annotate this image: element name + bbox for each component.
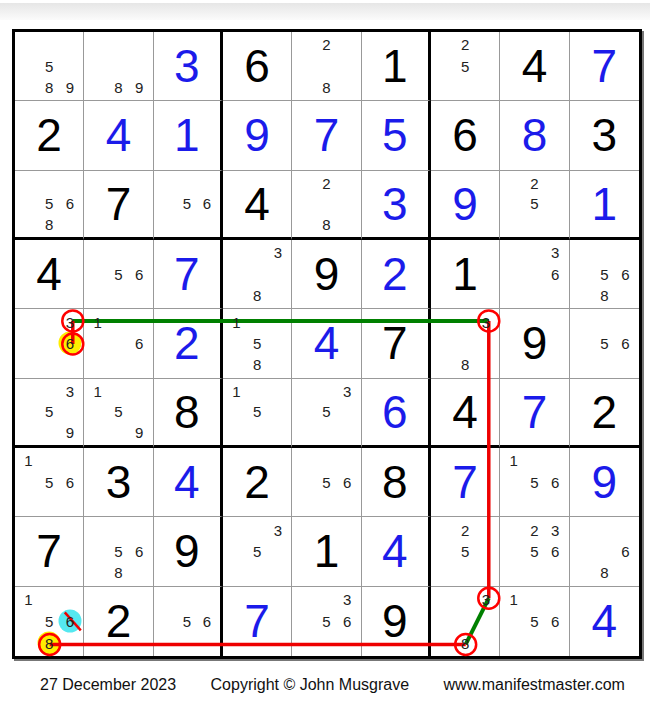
- candidate-r8c2-6[interactable]: 6: [129, 541, 150, 562]
- candidate-r5c1-6[interactable]: 6: [60, 333, 81, 354]
- candidate-r9c8-1[interactable]: 1: [503, 589, 524, 611]
- candidate-r5c4-8[interactable]: 8: [247, 354, 268, 375]
- candidate-r1c7-2[interactable]: 2: [455, 34, 476, 55]
- candidate-slot-empty: [197, 214, 217, 235]
- candidate-slot-empty: [316, 55, 337, 76]
- cell-r4c7[interactable]: 1: [431, 240, 500, 309]
- candidate-slot-empty: [503, 610, 524, 632]
- cell-r3c6[interactable]: 3: [362, 171, 431, 240]
- candidates-r1c1: 589: [18, 34, 80, 98]
- cell-r7c2[interactable]: 3: [84, 448, 153, 517]
- candidate-r9c8-5[interactable]: 5: [524, 610, 545, 632]
- candidate-r4c4-3[interactable]: 3: [268, 242, 289, 263]
- cell-r7c8[interactable]: 156: [500, 448, 569, 517]
- candidate-r5c4-1[interactable]: 1: [226, 311, 247, 332]
- cell-r4c4[interactable]: 38: [223, 240, 292, 309]
- cell-r5c7[interactable]: 38: [431, 309, 500, 378]
- candidate-slot-empty: [226, 285, 247, 306]
- cell-r6c9[interactable]: 2: [570, 379, 639, 448]
- candidate-r9c3-5[interactable]: 5: [177, 610, 197, 632]
- candidate-slot-empty: [295, 381, 316, 402]
- candidate-slot-empty: [39, 34, 60, 55]
- candidates-r8c4: 35: [226, 519, 288, 583]
- candidate-slot-empty: [434, 541, 455, 562]
- candidate-slot-empty: [295, 401, 316, 422]
- candidates-r5c4: 158: [226, 311, 288, 375]
- given-digit-r7c4: 2: [223, 448, 291, 516]
- candidate-r6c1-9[interactable]: 9: [60, 422, 81, 443]
- cell-r3c3[interactable]: 56: [154, 171, 223, 240]
- cell-r6c6[interactable]: 6: [362, 379, 431, 448]
- cell-r2c4[interactable]: 9: [223, 101, 292, 170]
- candidate-slot-empty: [87, 401, 108, 422]
- candidate-r1c5-2[interactable]: 2: [316, 34, 337, 55]
- cell-r3c9[interactable]: 1: [570, 171, 639, 240]
- cell-r8c1[interactable]: 7: [15, 517, 84, 586]
- candidate-slot-empty: [157, 610, 177, 632]
- candidate-slot-empty: [18, 422, 39, 443]
- candidate-slot-empty: [503, 632, 524, 654]
- cell-r2c9[interactable]: 3: [570, 101, 639, 170]
- candidate-r6c2-1[interactable]: 1: [87, 381, 108, 402]
- candidate-r6c5-3[interactable]: 3: [337, 381, 358, 402]
- cell-r8c4[interactable]: 35: [223, 517, 292, 586]
- candidate-slot-empty: [18, 311, 39, 332]
- candidate-slot-empty: [573, 263, 594, 284]
- candidates-r7c5: 56: [295, 450, 357, 514]
- candidate-slot-empty: [615, 242, 636, 263]
- candidate-r1c7-5[interactable]: 5: [455, 55, 476, 76]
- candidates-r6c2: 159: [87, 381, 149, 443]
- candidate-r9c1-1[interactable]: 1: [18, 589, 39, 611]
- candidate-r8c8-2[interactable]: 2: [524, 519, 545, 540]
- candidate-slot-empty: [503, 471, 524, 492]
- candidate-r7c8-1[interactable]: 1: [503, 450, 524, 471]
- candidate-slot-empty: [108, 422, 129, 443]
- candidate-r6c1-5[interactable]: 5: [39, 401, 60, 422]
- candidate-r8c4-3[interactable]: 3: [268, 519, 289, 540]
- candidate-r9c8-6[interactable]: 6: [545, 610, 566, 632]
- candidate-slot-empty: [60, 354, 81, 375]
- candidate-slot-empty: [434, 610, 455, 632]
- candidate-slot-empty: [197, 632, 217, 654]
- cell-r1c6[interactable]: 1: [362, 32, 431, 101]
- candidate-slot-empty: [18, 632, 39, 654]
- candidate-r9c7-8[interactable]: 8: [455, 632, 476, 654]
- candidate-slot-empty: [503, 173, 524, 194]
- candidates-r8c2: 568: [87, 519, 149, 583]
- candidate-slot-empty: [434, 632, 455, 654]
- cell-r1c2[interactable]: 89: [84, 32, 153, 101]
- candidate-slot-empty: [108, 354, 129, 375]
- solved-digit-r2c8: 8: [500, 101, 568, 169]
- cell-r2c7[interactable]: 6: [431, 101, 500, 170]
- candidate-r1c5-8[interactable]: 8: [316, 77, 337, 98]
- candidate-r6c2-9[interactable]: 9: [129, 422, 150, 443]
- candidate-r5c7-3[interactable]: 3: [476, 311, 497, 332]
- candidate-r7c1-5[interactable]: 5: [39, 471, 60, 492]
- candidate-slot-empty: [524, 285, 545, 306]
- given-digit-r6c7: 4: [431, 379, 499, 445]
- footer-website[interactable]: www.manifestmaster.com: [444, 676, 625, 693]
- candidate-slot-empty: [129, 34, 150, 55]
- cell-r3c4[interactable]: 4: [223, 171, 292, 240]
- candidate-slot-empty: [295, 422, 316, 443]
- candidate-slot-empty: [545, 562, 566, 583]
- given-digit-r8c5: 1: [292, 517, 360, 585]
- candidate-r8c8-3[interactable]: 3: [545, 519, 566, 540]
- candidates-r4c2: 56: [87, 242, 149, 306]
- cell-r1c8[interactable]: 4: [500, 32, 569, 101]
- candidate-r3c5-8[interactable]: 8: [316, 214, 337, 235]
- candidate-slot-empty: [524, 263, 545, 284]
- candidate-r6c2-5[interactable]: 5: [108, 401, 129, 422]
- candidate-r6c4-1[interactable]: 1: [226, 381, 247, 402]
- solved-digit-r5c3: 2: [154, 309, 220, 377]
- candidate-r5c7-8[interactable]: 8: [455, 354, 476, 375]
- candidate-slot-empty: [524, 214, 545, 235]
- cell-r1c7[interactable]: 25: [431, 32, 500, 101]
- candidate-slot-empty: [247, 242, 268, 263]
- candidate-r8c8-5[interactable]: 5: [524, 541, 545, 562]
- candidate-slot-empty: [434, 77, 455, 98]
- cell-r6c4[interactable]: 15: [223, 379, 292, 448]
- cell-r9c7[interactable]: 38: [431, 587, 500, 656]
- cell-r7c5[interactable]: 56: [292, 448, 361, 517]
- cell-r8c8[interactable]: 2356: [500, 517, 569, 586]
- candidate-slot-empty: [295, 471, 316, 492]
- candidate-r8c9-8[interactable]: 8: [594, 562, 615, 583]
- candidate-r7c5-5[interactable]: 5: [316, 471, 337, 492]
- candidate-slot-empty: [39, 381, 60, 402]
- candidates-r5c9: 56: [573, 311, 636, 375]
- candidate-slot-empty: [476, 34, 497, 55]
- candidate-slot-empty: [455, 610, 476, 632]
- candidate-slot-empty: [503, 285, 524, 306]
- given-digit-r8c3: 9: [154, 517, 220, 585]
- candidate-slot-empty: [87, 422, 108, 443]
- candidate-slot-empty: [503, 193, 524, 214]
- candidate-slot-empty: [434, 519, 455, 540]
- cell-r9c5[interactable]: 356: [292, 587, 361, 656]
- solved-digit-r9c4: 7: [223, 587, 291, 656]
- candidate-r9c1-6[interactable]: 6: [60, 610, 81, 632]
- candidate-r8c7-2[interactable]: 2: [455, 519, 476, 540]
- candidate-r5c9-6[interactable]: 6: [615, 333, 636, 354]
- candidate-slot-empty: [157, 173, 177, 194]
- candidate-slot-empty: [434, 333, 455, 354]
- candidate-r5c2-6[interactable]: 6: [129, 333, 150, 354]
- candidate-slot-empty: [247, 381, 268, 402]
- given-digit-r4c7: 1: [431, 240, 499, 308]
- candidate-slot-empty: [87, 562, 108, 583]
- candidate-slot-empty: [573, 519, 594, 540]
- candidate-slot-empty: [503, 263, 524, 284]
- cell-r6c3[interactable]: 8: [154, 379, 223, 448]
- cell-r9c8[interactable]: 156: [500, 587, 569, 656]
- candidate-slot-empty: [157, 589, 177, 611]
- candidate-slot-empty: [337, 55, 358, 76]
- cell-r2c8[interactable]: 8: [500, 101, 569, 170]
- cell-r5c9[interactable]: 56: [570, 309, 639, 378]
- candidate-r9c1-5[interactable]: 5: [39, 610, 60, 632]
- given-digit-r3c4: 4: [223, 171, 291, 237]
- cell-r2c5[interactable]: 7: [292, 101, 361, 170]
- cell-r7c9[interactable]: 9: [570, 448, 639, 517]
- cell-r3c5[interactable]: 28: [292, 171, 361, 240]
- candidate-slot-empty: [60, 589, 81, 611]
- candidate-slot-empty: [129, 519, 150, 540]
- candidate-r5c1-3[interactable]: 3: [60, 311, 81, 332]
- candidate-r4c8-6[interactable]: 6: [545, 263, 566, 284]
- cell-r2c3[interactable]: 1: [154, 101, 223, 170]
- candidate-slot-empty: [129, 401, 150, 422]
- candidate-slot-empty: [594, 519, 615, 540]
- candidate-slot-empty: [108, 242, 129, 263]
- candidate-r4c4-8[interactable]: 8: [247, 285, 268, 306]
- candidate-slot-empty: [129, 354, 150, 375]
- candidates-r8c8: 2356: [503, 519, 565, 583]
- candidate-slot-empty: [129, 562, 150, 583]
- candidate-r3c1-6[interactable]: 6: [60, 193, 81, 214]
- candidate-r4c8-3[interactable]: 3: [545, 242, 566, 263]
- candidate-r1c1-5[interactable]: 5: [39, 55, 60, 76]
- candidate-slot-empty: [247, 562, 268, 583]
- cell-r6c2[interactable]: 159: [84, 379, 153, 448]
- candidate-slot-empty: [545, 450, 566, 471]
- cell-r8c3[interactable]: 9: [154, 517, 223, 586]
- candidate-slot-empty: [226, 519, 247, 540]
- cell-r3c8[interactable]: 25: [500, 171, 569, 240]
- candidates-r3c5: 28: [295, 173, 357, 235]
- candidate-r9c5-5[interactable]: 5: [316, 610, 337, 632]
- cell-r4c1[interactable]: 4: [15, 240, 84, 309]
- cell-r1c4[interactable]: 6: [223, 32, 292, 101]
- candidate-r9c5-3[interactable]: 3: [337, 589, 358, 611]
- cell-r9c9[interactable]: 4: [570, 587, 639, 656]
- cell-r8c5[interactable]: 1: [292, 517, 361, 586]
- candidate-r7c5-6[interactable]: 6: [337, 471, 358, 492]
- given-digit-r1c6: 1: [362, 32, 428, 100]
- candidate-r9c3-6[interactable]: 6: [197, 610, 217, 632]
- given-digit-r9c2: 2: [84, 587, 152, 656]
- solved-digit-r1c3: 3: [154, 32, 220, 100]
- cell-r2c1[interactable]: 2: [15, 101, 84, 170]
- cell-r5c1[interactable]: 36: [15, 309, 84, 378]
- cell-r9c4[interactable]: 7: [223, 587, 292, 656]
- candidate-r9c1-8[interactable]: 8: [39, 632, 60, 654]
- candidate-r1c2-9[interactable]: 9: [129, 77, 150, 98]
- cell-r8c7[interactable]: 25: [431, 517, 500, 586]
- candidate-slot-empty: [434, 354, 455, 375]
- candidate-slot-empty: [615, 562, 636, 583]
- cell-r5c4[interactable]: 158: [223, 309, 292, 378]
- candidate-slot-empty: [18, 77, 39, 98]
- sudoku-grid: 5898936281254724197568356875642839251456…: [15, 32, 639, 656]
- candidate-slot-empty: [268, 562, 289, 583]
- candidate-slot-empty: [87, 541, 108, 562]
- candidate-slot-empty: [594, 311, 615, 332]
- candidates-r9c3: 56: [157, 589, 217, 654]
- cell-r7c7[interactable]: 7: [431, 448, 500, 517]
- candidate-slot-empty: [226, 263, 247, 284]
- candidate-r1c2-8[interactable]: 8: [108, 77, 129, 98]
- candidate-r4c9-8[interactable]: 8: [594, 285, 615, 306]
- candidate-slot-empty: [60, 632, 81, 654]
- candidate-r6c4-5[interactable]: 5: [247, 401, 268, 422]
- cell-r5c2[interactable]: 16: [84, 309, 153, 378]
- candidate-slot-empty: [108, 381, 129, 402]
- candidate-slot-empty: [247, 519, 268, 540]
- cell-r1c3[interactable]: 3: [154, 32, 223, 101]
- candidate-r8c9-6[interactable]: 6: [615, 541, 636, 562]
- candidate-slot-empty: [18, 34, 39, 55]
- cell-r6c5[interactable]: 35: [292, 379, 361, 448]
- candidate-r7c8-5[interactable]: 5: [524, 471, 545, 492]
- candidates-r9c1: 1568: [18, 589, 80, 654]
- cell-r1c9[interactable]: 7: [570, 32, 639, 101]
- cell-r4c3[interactable]: 7: [154, 240, 223, 309]
- candidate-r1c1-9[interactable]: 9: [60, 77, 81, 98]
- candidate-r8c2-8[interactable]: 8: [108, 562, 129, 583]
- cell-r7c3[interactable]: 4: [154, 448, 223, 517]
- candidate-slot-empty: [316, 450, 337, 471]
- candidate-slot-empty: [573, 354, 594, 375]
- cell-r3c1[interactable]: 568: [15, 171, 84, 240]
- candidate-slot-empty: [573, 541, 594, 562]
- candidate-r8c4-5[interactable]: 5: [247, 541, 268, 562]
- candidate-slot-empty: [476, 541, 497, 562]
- cell-r5c8[interactable]: 9: [500, 309, 569, 378]
- candidate-r3c8-5[interactable]: 5: [524, 193, 545, 214]
- cell-r5c6[interactable]: 7: [362, 309, 431, 378]
- candidate-r9c7-3[interactable]: 3: [476, 589, 497, 611]
- candidate-slot-empty: [295, 589, 316, 611]
- candidate-slot-empty: [108, 311, 129, 332]
- cell-r6c1[interactable]: 359: [15, 379, 84, 448]
- cell-r4c6[interactable]: 2: [362, 240, 431, 309]
- candidate-slot-empty: [87, 285, 108, 306]
- cell-r1c5[interactable]: 28: [292, 32, 361, 101]
- candidates-r7c1: 156: [18, 450, 80, 514]
- cell-r5c3[interactable]: 2: [154, 309, 223, 378]
- candidate-r5c4-5[interactable]: 5: [247, 333, 268, 354]
- candidate-slot-empty: [247, 263, 268, 284]
- candidate-slot-empty: [60, 401, 81, 422]
- candidate-slot-empty: [18, 354, 39, 375]
- given-digit-r8c1: 7: [15, 517, 83, 585]
- candidate-r3c1-5[interactable]: 5: [39, 193, 60, 214]
- cell-r8c6[interactable]: 4: [362, 517, 431, 586]
- candidate-r4c2-6[interactable]: 6: [129, 263, 150, 284]
- given-digit-r5c8: 9: [500, 309, 568, 377]
- cell-r5c5[interactable]: 4: [292, 309, 361, 378]
- candidate-r4c2-5[interactable]: 5: [108, 263, 129, 284]
- candidate-slot-empty: [316, 381, 337, 402]
- candidate-r8c8-6[interactable]: 6: [545, 541, 566, 562]
- candidate-slot-empty: [434, 562, 455, 583]
- candidate-r4c9-6[interactable]: 6: [615, 263, 636, 284]
- candidate-slot-empty: [226, 354, 247, 375]
- cell-r9c2[interactable]: 2: [84, 587, 153, 656]
- cell-r8c2[interactable]: 568: [84, 517, 153, 586]
- cell-r8c9[interactable]: 68: [570, 517, 639, 586]
- candidate-r3c1-8[interactable]: 8: [39, 214, 60, 235]
- candidate-slot-empty: [476, 55, 497, 76]
- candidates-r3c1: 568: [18, 173, 80, 235]
- candidate-r4c9-5[interactable]: 5: [594, 263, 615, 284]
- candidate-slot-empty: [573, 562, 594, 583]
- candidates-r9c5: 356: [295, 589, 357, 654]
- candidate-r7c8-6[interactable]: 6: [545, 471, 566, 492]
- cell-r7c4[interactable]: 2: [223, 448, 292, 517]
- cell-r9c6[interactable]: 9: [362, 587, 431, 656]
- candidate-r9c5-6[interactable]: 6: [337, 610, 358, 632]
- candidate-r6c5-5[interactable]: 5: [316, 401, 337, 422]
- candidate-slot-empty: [157, 632, 177, 654]
- candidate-slot-empty: [129, 381, 150, 402]
- cell-r6c7[interactable]: 4: [431, 379, 500, 448]
- candidate-slot-empty: [545, 214, 566, 235]
- cell-r9c3[interactable]: 56: [154, 587, 223, 656]
- candidate-r3c5-2[interactable]: 2: [316, 173, 337, 194]
- cell-r7c1[interactable]: 156: [15, 448, 84, 517]
- candidate-slot-empty: [573, 311, 594, 332]
- cell-r4c9[interactable]: 568: [570, 240, 639, 309]
- cell-r1c1[interactable]: 589: [15, 32, 84, 101]
- cell-r2c6[interactable]: 5: [362, 101, 431, 170]
- given-digit-r4c5: 9: [292, 240, 360, 308]
- candidate-slot-empty: [226, 401, 247, 422]
- candidate-r3c3-6[interactable]: 6: [197, 193, 217, 214]
- candidate-r8c7-5[interactable]: 5: [455, 541, 476, 562]
- candidate-slot-empty: [434, 55, 455, 76]
- candidate-slot-empty: [108, 519, 129, 540]
- candidate-slot-empty: [157, 214, 177, 235]
- candidates-r1c2: 89: [87, 34, 149, 98]
- cell-r4c5[interactable]: 9: [292, 240, 361, 309]
- candidate-r1c1-8[interactable]: 8: [39, 77, 60, 98]
- cell-r9c1[interactable]: 1568: [15, 587, 84, 656]
- candidate-r8c2-5[interactable]: 5: [108, 541, 129, 562]
- candidate-slot-empty: [476, 610, 497, 632]
- footer-copyright: Copyright © John Musgrave: [211, 676, 410, 693]
- candidate-r3c8-2[interactable]: 2: [524, 173, 545, 194]
- candidate-slot-empty: [295, 610, 316, 632]
- candidate-r5c2-1[interactable]: 1: [87, 311, 108, 332]
- candidate-slot-empty: [108, 34, 129, 55]
- candidate-r7c1-1[interactable]: 1: [18, 450, 39, 471]
- candidate-r3c3-5[interactable]: 5: [177, 193, 197, 214]
- cell-r3c2[interactable]: 7: [84, 171, 153, 240]
- cell-r7c6[interactable]: 8: [362, 448, 431, 517]
- cell-r3c7[interactable]: 9: [431, 171, 500, 240]
- candidate-slot-empty: [177, 632, 197, 654]
- candidate-slot-empty: [87, 354, 108, 375]
- cell-r4c8[interactable]: 36: [500, 240, 569, 309]
- candidate-r7c1-6[interactable]: 6: [60, 471, 81, 492]
- candidate-r5c9-5[interactable]: 5: [594, 333, 615, 354]
- candidate-r6c1-3[interactable]: 3: [60, 381, 81, 402]
- candidate-slot-empty: [268, 333, 289, 354]
- cell-r4c2[interactable]: 56: [84, 240, 153, 309]
- cell-r6c8[interactable]: 7: [500, 379, 569, 448]
- cell-r2c2[interactable]: 4: [84, 101, 153, 170]
- given-digit-r3c2: 7: [84, 171, 152, 237]
- candidate-slot-empty: [615, 311, 636, 332]
- candidate-slot-empty: [39, 450, 60, 471]
- candidate-slot-empty: [39, 311, 60, 332]
